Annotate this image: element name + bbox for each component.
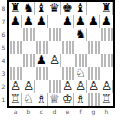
rank-label-1: 1 [0,93,7,106]
square-a1: ♖ [9,93,22,106]
file-label-f: f [74,108,87,118]
white-queen: ♕ [49,93,60,106]
black-pawn: ♟ [62,15,73,28]
rank-labels: 87654321 [0,0,7,108]
square-b8: ♞ [22,2,35,15]
file-label-d: d [48,108,61,118]
square-c1: ♗ [35,93,48,106]
white-rook: ♖ [10,93,21,106]
square-g7: ♟ [87,15,100,28]
square-h3 [100,67,113,80]
white-pawn: ♙ [62,80,73,93]
square-d8: ♛ [48,2,61,15]
square-f5 [74,41,87,54]
white-bishop: ♗ [75,93,86,106]
square-e4 [61,54,74,67]
square-a7: ♟ [9,15,22,28]
square-g5 [87,41,100,54]
square-g1 [87,93,100,106]
white-knight: ♘ [75,67,86,80]
file-labels: abcdefgh [7,108,115,119]
square-c4: ♟ [35,54,48,67]
square-b4 [22,54,35,67]
square-d6 [48,28,61,41]
square-g8 [87,2,100,15]
square-b3 [22,67,35,80]
square-e3 [61,67,74,80]
square-f2: ♙ [74,80,87,93]
square-b1: ♘ [22,93,35,106]
square-b6 [22,28,35,41]
black-pawn: ♟ [36,15,47,28]
square-h2: ♙ [100,80,113,93]
white-pawn: ♙ [10,80,21,93]
square-e1: ♔ [61,93,74,106]
square-e8: ♚ [61,2,74,15]
black-pawn: ♟ [75,15,86,28]
file-label-h: h [100,108,113,118]
black-pawn: ♟ [88,15,99,28]
chess-diagram: 87654321 ♜♞♝♛♚♝♜♟♟♟♟♟♟♟♞♟♙♘♙♙♙♙♙♙♖♘♗♕♔♗♖… [0,0,120,120]
rank-label-2: 2 [0,80,7,93]
square-f8: ♝ [74,2,87,15]
file-label-g: g [87,108,100,118]
rank-label-6: 6 [0,28,7,41]
black-pawn: ♟ [23,15,34,28]
square-g2: ♙ [87,80,100,93]
square-h1: ♖ [100,93,113,106]
black-knight: ♞ [75,28,86,41]
square-a3 [9,67,22,80]
black-knight: ♞ [23,2,34,15]
square-b7: ♟ [22,15,35,28]
square-d2 [48,80,61,93]
square-h8: ♜ [100,2,113,15]
square-c6 [35,28,48,41]
square-c2 [35,80,48,93]
square-c8: ♝ [35,2,48,15]
square-b5 [22,41,35,54]
square-h4 [100,54,113,67]
square-e7: ♟ [61,15,74,28]
black-rook: ♜ [10,2,21,15]
square-a2: ♙ [9,80,22,93]
square-h6 [100,28,113,41]
square-h5 [100,41,113,54]
file-label-b: b [22,108,35,118]
square-f6: ♞ [74,28,87,41]
white-bishop: ♗ [36,93,47,106]
black-king: ♚ [62,2,73,15]
black-bishop: ♝ [36,2,47,15]
square-c3 [35,67,48,80]
white-pawn: ♙ [75,80,86,93]
white-knight: ♘ [23,93,34,106]
black-pawn: ♟ [36,54,47,67]
square-e2: ♙ [61,80,74,93]
file-label-c: c [35,108,48,118]
rank-label-5: 5 [0,41,7,54]
square-a4 [9,54,22,67]
square-b2: ♙ [22,80,35,93]
rank-label-7: 7 [0,15,7,28]
white-king: ♔ [62,93,73,106]
black-queen: ♛ [49,2,60,15]
chess-board: ♜♞♝♛♚♝♜♟♟♟♟♟♟♟♞♟♙♘♙♙♙♙♙♙♖♘♗♕♔♗♖ [7,0,115,108]
square-c7: ♟ [35,15,48,28]
square-a6 [9,28,22,41]
black-pawn: ♟ [10,15,21,28]
square-h7: ♟ [100,15,113,28]
black-rook: ♜ [101,2,112,15]
square-c5 [35,41,48,54]
square-g3 [87,67,100,80]
black-pawn: ♟ [101,15,112,28]
square-a5 [9,41,22,54]
square-g4 [87,54,100,67]
rank-label-8: 8 [0,2,7,15]
square-e5 [61,41,74,54]
square-f7: ♟ [74,15,87,28]
rank-label-3: 3 [0,67,7,80]
file-label-a: a [9,108,22,118]
square-f3: ♘ [74,67,87,80]
square-f4 [74,54,87,67]
square-f1: ♗ [74,93,87,106]
white-pawn: ♙ [23,80,34,93]
square-d5 [48,41,61,54]
square-a8: ♜ [9,2,22,15]
file-label-e: e [61,108,74,118]
white-rook: ♖ [101,93,112,106]
square-d1: ♕ [48,93,61,106]
square-d3 [48,67,61,80]
square-d7 [48,15,61,28]
white-pawn: ♙ [88,80,99,93]
white-pawn: ♙ [49,54,60,67]
black-bishop: ♝ [75,2,86,15]
white-pawn: ♙ [101,80,112,93]
square-d4: ♙ [48,54,61,67]
rank-label-4: 4 [0,54,7,67]
square-e6 [61,28,74,41]
square-g6 [87,28,100,41]
